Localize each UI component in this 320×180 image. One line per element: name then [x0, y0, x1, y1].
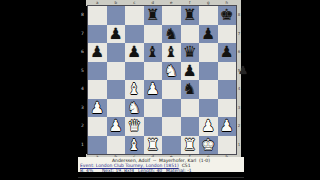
square-b2: ♟ — [107, 117, 126, 136]
white-queen: ♛ — [125, 117, 144, 136]
rank-label-right-7: 7 — [237, 25, 242, 44]
square-b8 — [107, 6, 126, 25]
rank-label-right-8: 8 — [237, 6, 242, 25]
square-d4: ♟ — [144, 80, 163, 99]
square-c1: ♝ — [125, 136, 144, 155]
square-f7 — [181, 25, 200, 44]
white-pawn: ♟ — [144, 80, 163, 99]
square-e1 — [162, 136, 181, 155]
rank-label-right-2: 2 — [237, 117, 242, 136]
game-length: Length: 40 — [138, 168, 166, 173]
square-e6: ♝ — [162, 43, 181, 62]
black-knight: ♞ — [162, 25, 181, 44]
black-knight: ♞ — [181, 80, 200, 99]
square-a2 — [88, 117, 107, 136]
square-b4 — [107, 80, 126, 99]
black-pawn: ♟ — [181, 62, 200, 81]
rank-label-right-1: 1 — [237, 136, 242, 155]
square-c3: ♞ — [125, 99, 144, 118]
square-c2: ♛ — [125, 117, 144, 136]
square-c4: ♝ — [125, 80, 144, 99]
rank-label-left-7: 7 — [79, 25, 86, 44]
square-e4 — [162, 80, 181, 99]
black-rook: ♜ — [181, 6, 200, 25]
chess-board: ♜♜♚♟♞♟♟♟♝♝♛♟♞♟♝♟♞♟♞♟♛♟♟♝♜♜♚ — [87, 5, 237, 155]
square-h8: ♚ — [218, 6, 237, 25]
square-d7 — [144, 25, 163, 44]
square-f3 — [181, 99, 200, 118]
white-king: ♚ — [199, 136, 218, 155]
square-f4: ♞ — [181, 80, 200, 99]
black-pawn: ♟ — [199, 25, 218, 44]
square-e8 — [162, 6, 181, 25]
white-pawn: ♟ — [199, 117, 218, 136]
rank-label-left-2: 2 — [79, 117, 86, 136]
video-frame: abcdefgh abcdefgh ♜♜♚♟♞♟♟♟♝♝♛♟♞♟♝♟♞♟♞♟♛♟… — [0, 0, 320, 180]
square-f8: ♜ — [181, 6, 200, 25]
square-h4 — [218, 80, 237, 99]
stats-line: B: 4%Next: 19. Bxf4Length: 40Material: -… — [80, 168, 192, 173]
rank-label-right-3: 3 — [237, 99, 242, 118]
material-balance: Material: -1 — [166, 168, 192, 173]
square-d2 — [144, 117, 163, 136]
square-e7: ♞ — [162, 25, 181, 44]
square-c6: ♟ — [125, 43, 144, 62]
black-bishop: ♝ — [144, 43, 163, 62]
white-rook: ♜ — [181, 136, 200, 155]
square-g4 — [199, 80, 218, 99]
square-h6: ♟ — [218, 43, 237, 62]
white-pawn: ♟ — [107, 117, 126, 136]
caption-panel: Anderssen, Adolf -- Mayerhofer, Karl (1-… — [78, 157, 244, 172]
square-d1: ♜ — [144, 136, 163, 155]
next-move: Next: 19. Bxf4 — [102, 168, 138, 173]
rank-label-left-8: 8 — [79, 6, 86, 25]
black-bishop: ♝ — [162, 43, 181, 62]
white-knight: ♞ — [162, 62, 181, 81]
square-a8 — [88, 6, 107, 25]
black-pawn: ♟ — [107, 25, 126, 44]
square-g5 — [199, 62, 218, 81]
square-g2: ♟ — [199, 117, 218, 136]
rank-label-left-3: 3 — [79, 99, 86, 118]
square-g3 — [199, 99, 218, 118]
white-pawn: ♟ — [218, 117, 237, 136]
square-g6 — [199, 43, 218, 62]
square-c8 — [125, 6, 144, 25]
square-g7: ♟ — [199, 25, 218, 44]
black-pawn: ♟ — [218, 43, 237, 62]
black-pawn: ♟ — [125, 43, 144, 62]
bottom-divider — [78, 177, 244, 178]
square-g8 — [199, 6, 218, 25]
white-rook: ♜ — [144, 136, 163, 155]
white-bishop: ♝ — [125, 136, 144, 155]
square-b3 — [107, 99, 126, 118]
square-a5 — [88, 62, 107, 81]
square-a4 — [88, 80, 107, 99]
white-pawn: ♟ — [88, 99, 107, 118]
square-b1 — [107, 136, 126, 155]
square-b5 — [107, 62, 126, 81]
square-h1 — [218, 136, 237, 155]
square-h2: ♟ — [218, 117, 237, 136]
rank-label-right-5: 5 — [237, 62, 242, 81]
square-e5: ♞ — [162, 62, 181, 81]
square-h5 — [218, 62, 237, 81]
square-d5 — [144, 62, 163, 81]
square-b7: ♟ — [107, 25, 126, 44]
black-rook: ♜ — [144, 6, 163, 25]
white-knight: ♞ — [125, 99, 144, 118]
square-a1 — [88, 136, 107, 155]
square-a3: ♟ — [88, 99, 107, 118]
square-f1: ♜ — [181, 136, 200, 155]
rank-label-right-6: 6 — [237, 43, 242, 62]
square-g1: ♚ — [199, 136, 218, 155]
square-b6 — [107, 43, 126, 62]
square-h7 — [218, 25, 237, 44]
rank-label-left-4: 4 — [79, 80, 86, 99]
square-e3 — [162, 99, 181, 118]
white-bishop: ♝ — [125, 80, 144, 99]
stat-value: B: 4% — [80, 168, 102, 173]
rank-label-left-5: 5 — [79, 62, 86, 81]
rank-label-left-6: 6 — [79, 43, 86, 62]
square-d6: ♝ — [144, 43, 163, 62]
square-a7 — [88, 25, 107, 44]
square-d3 — [144, 99, 163, 118]
square-c5 — [125, 62, 144, 81]
black-queen: ♛ — [181, 43, 200, 62]
square-a6: ♟ — [88, 43, 107, 62]
square-d8: ♜ — [144, 6, 163, 25]
rank-label-right-4: 4 — [237, 80, 242, 99]
rank-label-left-1: 1 — [79, 136, 86, 155]
square-f5: ♟ — [181, 62, 200, 81]
black-pawn: ♟ — [88, 43, 107, 62]
square-h3 — [218, 99, 237, 118]
square-f2 — [181, 117, 200, 136]
square-c7 — [125, 25, 144, 44]
square-f6: ♛ — [181, 43, 200, 62]
square-e2 — [162, 117, 181, 136]
black-king: ♚ — [218, 6, 237, 25]
